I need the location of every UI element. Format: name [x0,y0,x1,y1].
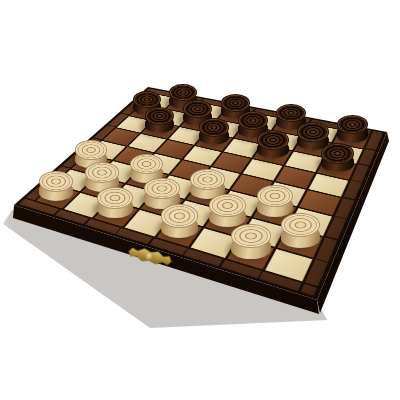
piece-top [161,204,199,227]
light-piece[interactable]: ⛀ [39,171,73,201]
light-piece[interactable]: ⛀ [257,185,294,217]
dark-piece[interactable]: ⛂ [321,143,354,172]
piece-top [190,169,225,190]
piece-top [39,171,73,192]
dark-piece[interactable]: ⛂ [337,115,368,142]
piece-top [297,122,329,141]
light-piece[interactable]: ⛀ [231,224,271,259]
dark-piece[interactable]: ⛂ [199,118,230,145]
piece-top [97,187,133,209]
piece-top [238,111,268,130]
dark-piece[interactable]: ⛂ [257,130,289,158]
light-piece[interactable]: ⛀ [209,194,246,227]
piece-top [231,224,271,248]
piece-top [75,140,107,160]
piece-top [85,162,119,183]
light-piece[interactable]: ⛀ [281,213,320,247]
piece-top [257,130,289,150]
piece-top [221,94,250,112]
piece-top [133,91,161,108]
scene: ⛂⛂⛂⛂⛂⛂⛂⛂⛂⛂⛂⛂⛀⛀⛀⛀⛀⛀⛀⛀⛀⛀⛀⛀ [0,0,400,400]
light-piece[interactable]: ⛀ [161,204,199,237]
piece-top [144,178,179,200]
piece-top [199,118,230,137]
dark-piece[interactable]: ⛂ [145,107,174,133]
light-piece[interactable]: ⛀ [97,187,133,219]
piece-top [321,143,354,164]
clasp-knob [145,252,155,262]
